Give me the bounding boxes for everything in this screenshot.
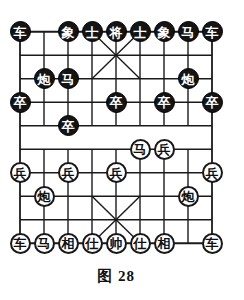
piece-black-advisor-left[interactable]: 士 xyxy=(82,21,103,42)
piece-black-elephant-left[interactable]: 象 xyxy=(58,21,79,42)
piece-black-chariot-right[interactable]: 车 xyxy=(202,21,223,42)
piece-red-chariot-left[interactable]: 车 xyxy=(10,233,31,254)
piece-black-pawn-7[interactable]: 卒 xyxy=(154,92,175,113)
piece-red-advisor-left[interactable]: 仕 xyxy=(82,233,103,254)
piece-black-cannon-right[interactable]: 炮 xyxy=(178,68,199,89)
piece-black-elephant-right[interactable]: 象 xyxy=(154,21,175,42)
piece-red-general[interactable]: 帅 xyxy=(106,233,127,254)
xiangqi-board: 车象士将士象马车炮马炮卒卒卒卒卒马兵兵兵兵兵炮炮车马相仕帅仕相车 xyxy=(8,20,224,255)
piece-red-elephant-left[interactable]: 相 xyxy=(58,233,79,254)
piece-red-elephant-right[interactable]: 相 xyxy=(154,233,175,254)
pieces-layer: 车象士将士象马车炮马炮卒卒卒卒卒马兵兵兵兵兵炮炮车马相仕帅仕相车 xyxy=(8,20,224,255)
piece-black-horse-left[interactable]: 马 xyxy=(58,68,79,89)
piece-red-pawn-1[interactable]: 兵 xyxy=(10,162,31,183)
piece-black-general[interactable]: 将 xyxy=(106,21,127,42)
piece-black-horse-right[interactable]: 马 xyxy=(178,21,199,42)
piece-red-pawn-9[interactable]: 兵 xyxy=(202,162,223,183)
piece-red-horse-left[interactable]: 马 xyxy=(34,233,55,254)
piece-black-pawn-1[interactable]: 卒 xyxy=(10,92,31,113)
piece-red-cannon-left[interactable]: 炮 xyxy=(34,186,55,207)
piece-red-pawn-5[interactable]: 兵 xyxy=(106,162,127,183)
piece-red-advisor-right[interactable]: 仕 xyxy=(130,233,151,254)
piece-red-pawn-7[interactable]: 兵 xyxy=(154,139,175,160)
piece-red-cannon-right[interactable]: 炮 xyxy=(178,186,199,207)
piece-black-chariot-left[interactable]: 车 xyxy=(10,21,31,42)
figure-caption: 图 28 xyxy=(8,267,224,286)
piece-black-pawn-9[interactable]: 卒 xyxy=(202,92,223,113)
piece-red-chariot-right[interactable]: 车 xyxy=(202,233,223,254)
piece-black-pawn-5[interactable]: 卒 xyxy=(106,92,127,113)
piece-red-horse-right[interactable]: 马 xyxy=(130,139,151,160)
piece-black-pawn-3[interactable]: 卒 xyxy=(58,115,79,136)
piece-black-advisor-right[interactable]: 士 xyxy=(130,21,151,42)
piece-red-pawn-3[interactable]: 兵 xyxy=(58,162,79,183)
figure-page: 车象士将士象马车炮马炮卒卒卒卒卒马兵兵兵兵兵炮炮车马相仕帅仕相车 图 28 xyxy=(0,0,244,300)
piece-black-cannon-left[interactable]: 炮 xyxy=(34,68,55,89)
